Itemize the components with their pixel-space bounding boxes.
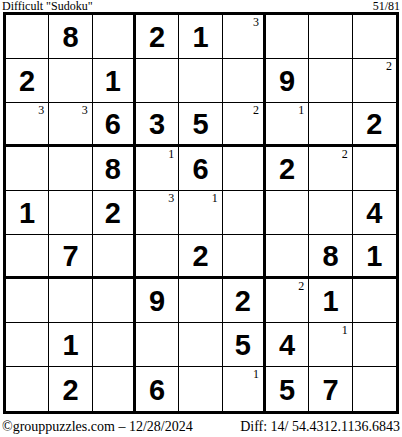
- cell-r1c7[interactable]: [266, 15, 309, 59]
- cell-r7c6[interactable]: 2: [223, 279, 266, 323]
- cell-r5c9[interactable]: 4: [353, 191, 396, 235]
- cell-r2c4[interactable]: [136, 59, 179, 103]
- cell-r3c6[interactable]: 2: [223, 103, 266, 147]
- given-digit: 9: [279, 67, 295, 96]
- cell-r2c2[interactable]: [49, 59, 92, 103]
- cell-r2c3[interactable]: 1: [93, 59, 136, 103]
- cell-r9c1[interactable]: [6, 367, 49, 411]
- given-digit: 3: [149, 110, 165, 139]
- cell-r3c4[interactable]: 3: [136, 103, 179, 147]
- pencil-mark: 1: [253, 368, 259, 380]
- given-digit: 1: [19, 199, 35, 228]
- cell-r1c5[interactable]: 1: [179, 15, 222, 59]
- cell-r8c2[interactable]: 1: [49, 323, 92, 367]
- given-digit: 4: [279, 331, 295, 360]
- cell-r9c9[interactable]: [353, 367, 396, 411]
- cell-r3c5[interactable]: 5: [179, 103, 222, 147]
- given-digit: 6: [192, 155, 208, 184]
- cell-r5c3[interactable]: 2: [93, 191, 136, 235]
- cell-r1c6[interactable]: 3: [223, 15, 266, 59]
- given-digit: 2: [192, 242, 208, 271]
- given-digit: 2: [19, 67, 35, 96]
- cell-r8c9[interactable]: [353, 323, 396, 367]
- cell-r4c1[interactable]: [6, 147, 49, 191]
- cell-r7c7[interactable]: 2: [266, 279, 309, 323]
- given-digit: 2: [105, 199, 121, 228]
- cell-r9c5[interactable]: [179, 367, 222, 411]
- cell-r4c7[interactable]: 2: [266, 147, 309, 191]
- sudoku-board: 8213219233635212816221231472819221154126…: [3, 12, 399, 414]
- cell-r4c9[interactable]: [353, 147, 396, 191]
- cell-r8c8[interactable]: 1: [309, 323, 352, 367]
- cell-r1c8[interactable]: [309, 15, 352, 59]
- cell-r1c1[interactable]: [6, 15, 49, 59]
- cell-r5c4[interactable]: 3: [136, 191, 179, 235]
- cell-r6c2[interactable]: 7: [49, 235, 92, 279]
- cell-r1c2[interactable]: 8: [49, 15, 92, 59]
- given-digit: 8: [62, 23, 78, 52]
- cell-r3c3[interactable]: 6: [93, 103, 136, 147]
- cell-r7c5[interactable]: [179, 279, 222, 323]
- cell-r7c9[interactable]: [353, 279, 396, 323]
- cell-r5c8[interactable]: [309, 191, 352, 235]
- cell-r8c4[interactable]: [136, 323, 179, 367]
- puzzle-title: Difficult "Sudoku": [2, 0, 93, 12]
- cell-r9c2[interactable]: 2: [49, 367, 92, 411]
- cell-r9c7[interactable]: 5: [266, 367, 309, 411]
- cell-r7c2[interactable]: [49, 279, 92, 323]
- given-digit: 2: [279, 155, 295, 184]
- given-digit: 1: [105, 67, 121, 96]
- given-digit: 2: [62, 376, 78, 405]
- remaining-counter: 51/81: [373, 0, 400, 12]
- given-digit: 6: [149, 376, 165, 405]
- pencil-mark: 1: [168, 148, 174, 160]
- cell-r4c3[interactable]: 8: [93, 147, 136, 191]
- pencil-mark: 3: [253, 16, 259, 28]
- cell-r8c1[interactable]: [6, 323, 49, 367]
- given-digit: 1: [322, 287, 338, 316]
- given-digit: 1: [192, 23, 208, 52]
- cell-r7c1[interactable]: [6, 279, 49, 323]
- given-digit: 7: [322, 376, 338, 405]
- cell-r2c1[interactable]: 2: [6, 59, 49, 103]
- cell-r5c6[interactable]: [223, 191, 266, 235]
- pencil-mark: 2: [253, 104, 259, 116]
- cell-r6c4[interactable]: [136, 235, 179, 279]
- cell-r2c7[interactable]: 9: [266, 59, 309, 103]
- pencil-mark: 1: [298, 104, 304, 116]
- cell-r7c8[interactable]: 1: [309, 279, 352, 323]
- copyright-date-text: ©grouppuzzles.com – 12/28/2024: [2, 419, 193, 434]
- cell-r4c8[interactable]: 2: [309, 147, 352, 191]
- pencil-mark: 2: [386, 60, 392, 72]
- cell-r4c2[interactable]: [49, 147, 92, 191]
- cell-r6c9[interactable]: 1: [353, 235, 396, 279]
- header: Difficult "Sudoku" 51/81: [0, 0, 402, 12]
- cell-r2c6[interactable]: [223, 59, 266, 103]
- cell-r3c9[interactable]: 2: [353, 103, 396, 147]
- given-digit: 5: [279, 376, 295, 405]
- given-digit: 1: [62, 331, 78, 360]
- pencil-mark: 3: [82, 104, 88, 116]
- cell-r8c7[interactable]: 4: [266, 323, 309, 367]
- given-digit: 5: [235, 331, 251, 360]
- cell-r9c4[interactable]: 6: [136, 367, 179, 411]
- cell-r9c8[interactable]: 7: [309, 367, 352, 411]
- given-digit: 4: [366, 199, 382, 228]
- sudoku-page: Difficult "Sudoku" 51/81 821321923363521…: [0, 0, 402, 437]
- given-digit: 7: [62, 242, 78, 271]
- cell-r5c7[interactable]: [266, 191, 309, 235]
- cell-r3c1[interactable]: 3: [6, 103, 49, 147]
- difficulty-text: Diff: 14/ 54.4312.1136.6843: [240, 419, 400, 434]
- cell-r6c6[interactable]: [223, 235, 266, 279]
- pencil-mark: 1: [342, 324, 348, 336]
- given-digit: 8: [105, 155, 121, 184]
- footer: ©grouppuzzles.com – 12/28/2024 Diff: 14/…: [0, 419, 402, 434]
- cell-r4c6[interactable]: [223, 147, 266, 191]
- cell-r5c1[interactable]: 1: [6, 191, 49, 235]
- pencil-mark: 3: [38, 104, 44, 116]
- cell-r6c7[interactable]: [266, 235, 309, 279]
- cell-r8c3[interactable]: [93, 323, 136, 367]
- cell-r9c3[interactable]: [93, 367, 136, 411]
- cell-r1c3[interactable]: [93, 15, 136, 59]
- cell-r6c8[interactable]: 8: [309, 235, 352, 279]
- cell-r4c4[interactable]: 1: [136, 147, 179, 191]
- given-digit: 8: [322, 242, 338, 271]
- given-digit: 6: [105, 110, 121, 139]
- pencil-mark: 3: [168, 192, 174, 204]
- cell-r2c8[interactable]: [309, 59, 352, 103]
- cell-r5c2[interactable]: [49, 191, 92, 235]
- cell-r8c5[interactable]: [179, 323, 222, 367]
- cell-r1c4[interactable]: 2: [136, 15, 179, 59]
- cell-r8c6[interactable]: 5: [223, 323, 266, 367]
- cell-r7c3[interactable]: [93, 279, 136, 323]
- cell-r9c6[interactable]: 1: [223, 367, 266, 411]
- pencil-mark: 2: [298, 280, 304, 292]
- cell-r3c7[interactable]: 1: [266, 103, 309, 147]
- cell-r3c8[interactable]: [309, 103, 352, 147]
- given-digit: 1: [366, 242, 382, 271]
- cell-r7c4[interactable]: 9: [136, 279, 179, 323]
- cell-r6c3[interactable]: [93, 235, 136, 279]
- cell-r2c5[interactable]: [179, 59, 222, 103]
- pencil-mark: 2: [342, 148, 348, 160]
- given-digit: 2: [235, 287, 251, 316]
- cell-r3c2[interactable]: 3: [49, 103, 92, 147]
- given-digit: 2: [366, 110, 382, 139]
- pencil-mark: 1: [212, 192, 218, 204]
- given-digit: 2: [149, 23, 165, 52]
- cell-r6c1[interactable]: [6, 235, 49, 279]
- cell-r4c5[interactable]: 6: [179, 147, 222, 191]
- given-digit: 5: [192, 110, 208, 139]
- given-digit: 9: [149, 287, 165, 316]
- cell-r6c5[interactable]: 2: [179, 235, 222, 279]
- cell-r5c5[interactable]: 1: [179, 191, 222, 235]
- cell-r1c9[interactable]: [353, 15, 396, 59]
- cell-r2c9[interactable]: 2: [353, 59, 396, 103]
